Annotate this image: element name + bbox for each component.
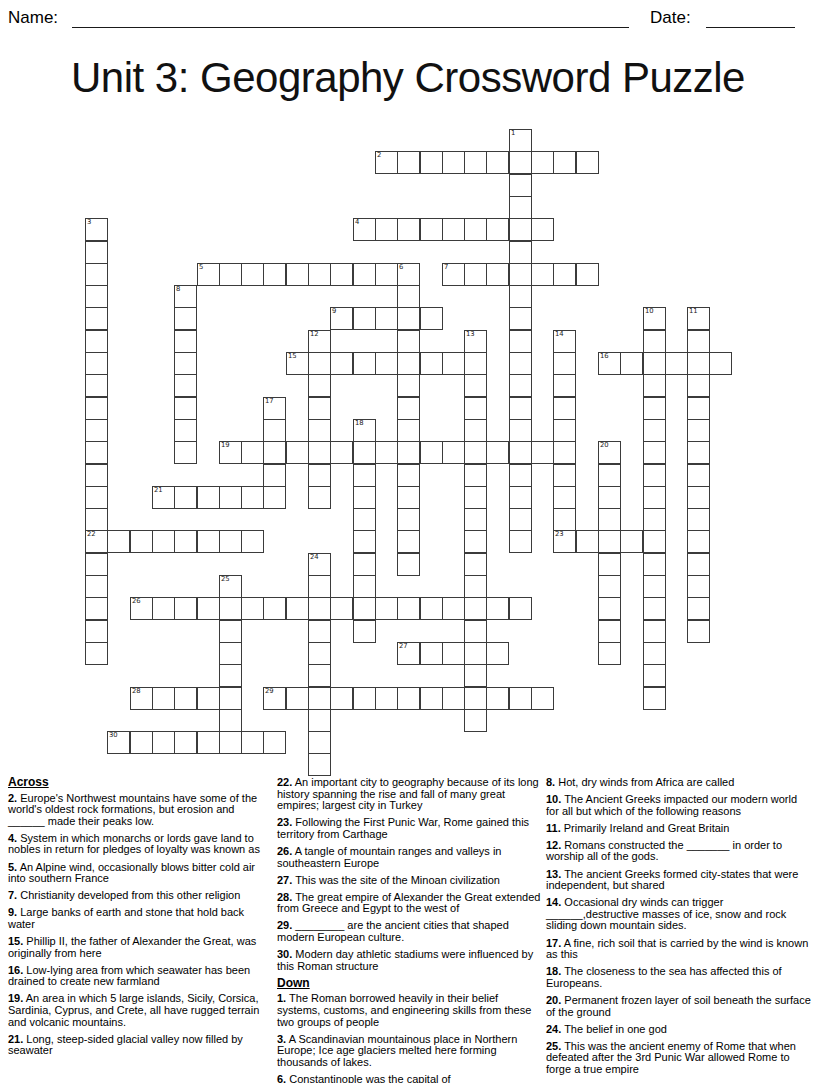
grid-cell[interactable] xyxy=(85,464,108,487)
grid-cell[interactable] xyxy=(353,620,376,643)
grid-cell[interactable] xyxy=(643,597,666,620)
grid-cell[interactable] xyxy=(553,464,576,487)
grid-cell[interactable] xyxy=(509,263,532,286)
grid-cell[interactable]: 13 xyxy=(464,330,487,353)
clue-down-12: 12. Romans constructed the _______ in or… xyxy=(546,840,812,863)
grid-cell[interactable] xyxy=(85,597,108,620)
grid-cell[interactable] xyxy=(598,575,621,598)
grid-cell[interactable] xyxy=(420,151,443,174)
grid-cell[interactable] xyxy=(308,597,331,620)
grid-cell[interactable] xyxy=(643,419,666,442)
grid-cell[interactable] xyxy=(598,508,621,531)
grid-cell[interactable] xyxy=(531,263,554,286)
grid-cell[interactable] xyxy=(353,508,376,531)
grid-cell[interactable] xyxy=(174,441,197,464)
grid-cell[interactable] xyxy=(219,664,242,687)
grid-cell[interactable] xyxy=(464,441,487,464)
clue-number: 11 xyxy=(689,308,698,315)
grid-cell[interactable]: 26 xyxy=(130,597,153,620)
grid-cell[interactable] xyxy=(353,575,376,598)
grid-cell[interactable] xyxy=(598,642,621,665)
grid-cell[interactable] xyxy=(85,241,108,264)
grid-cell[interactable] xyxy=(420,642,443,665)
grid-cell[interactable] xyxy=(219,731,242,754)
grid-cell[interactable] xyxy=(442,352,465,375)
grid-cell[interactable] xyxy=(152,530,175,553)
grid-cell[interactable] xyxy=(464,687,487,710)
grid-cell[interactable] xyxy=(241,441,264,464)
grid-cell[interactable] xyxy=(353,352,376,375)
grid-cell[interactable] xyxy=(420,687,443,710)
grid-cell[interactable] xyxy=(442,151,465,174)
grid-cell[interactable] xyxy=(85,642,108,665)
grid-cell[interactable] xyxy=(152,687,175,710)
grid-cell[interactable] xyxy=(464,374,487,397)
grid-cell[interactable] xyxy=(531,687,554,710)
grid-cell[interactable] xyxy=(643,464,666,487)
grid-cell[interactable]: 28 xyxy=(130,687,153,710)
grid-cell[interactable] xyxy=(643,330,666,353)
grid-cell[interactable] xyxy=(509,307,532,330)
grid-cell[interactable]: 8 xyxy=(174,285,197,308)
grid-cell[interactable] xyxy=(308,397,331,420)
grid-cell[interactable] xyxy=(464,664,487,687)
grid-cell[interactable] xyxy=(464,620,487,643)
grid-cell[interactable] xyxy=(420,441,443,464)
clue-number: 24 xyxy=(310,554,319,561)
grid-cell[interactable] xyxy=(241,486,264,509)
grid-cell[interactable] xyxy=(687,620,710,643)
grid-cell[interactable] xyxy=(152,597,175,620)
grid-cell[interactable] xyxy=(442,218,465,241)
grid-cell[interactable]: 4 xyxy=(353,218,376,241)
grid-cell[interactable] xyxy=(308,419,331,442)
grid-cell[interactable]: 6 xyxy=(397,263,420,286)
grid-cell[interactable] xyxy=(486,218,509,241)
grid-cell[interactable] xyxy=(486,263,509,286)
grid-cell[interactable] xyxy=(197,597,220,620)
grid-cell[interactable] xyxy=(174,307,197,330)
grid-cell[interactable] xyxy=(397,441,420,464)
grid-cell[interactable] xyxy=(174,687,197,710)
grid-cell[interactable] xyxy=(308,664,331,687)
grid-cell[interactable] xyxy=(308,620,331,643)
grid-cell[interactable] xyxy=(85,397,108,420)
grid-cell[interactable] xyxy=(464,530,487,553)
grid-cell[interactable] xyxy=(308,374,331,397)
grid-cell[interactable] xyxy=(219,486,242,509)
grid-cell[interactable]: 9 xyxy=(330,307,353,330)
grid-cell[interactable] xyxy=(687,464,710,487)
grid-cell[interactable] xyxy=(85,330,108,353)
grid-cell[interactable]: 12 xyxy=(308,330,331,353)
grid-cell[interactable] xyxy=(643,687,666,710)
grid-cell[interactable] xyxy=(375,263,398,286)
grid-cell[interactable] xyxy=(197,530,220,553)
grid-cell[interactable] xyxy=(85,352,108,375)
grid-cell[interactable] xyxy=(509,218,532,241)
grid-cell[interactable] xyxy=(308,731,331,754)
grid-cell[interactable]: 17 xyxy=(263,397,286,420)
grid-cell[interactable] xyxy=(219,263,242,286)
grid-cell[interactable] xyxy=(85,285,108,308)
grid-cell[interactable] xyxy=(464,151,487,174)
clue-number: 17 xyxy=(265,398,274,405)
grid-cell[interactable] xyxy=(286,687,309,710)
grid-cell[interactable] xyxy=(308,709,331,732)
grid-cell[interactable] xyxy=(509,597,532,620)
grid-cell[interactable] xyxy=(509,241,532,264)
grid-cell[interactable] xyxy=(643,575,666,598)
grid-cell[interactable] xyxy=(464,486,487,509)
grid-cell[interactable] xyxy=(353,687,376,710)
grid-cell[interactable] xyxy=(576,263,599,286)
grid-cell[interactable] xyxy=(263,263,286,286)
grid-cell[interactable] xyxy=(420,218,443,241)
grid-cell[interactable]: 10 xyxy=(643,307,666,330)
grid-cell[interactable] xyxy=(263,731,286,754)
grid-cell[interactable] xyxy=(643,530,666,553)
grid-cell[interactable] xyxy=(598,486,621,509)
grid-cell[interactable] xyxy=(375,441,398,464)
grid-cell[interactable] xyxy=(85,486,108,509)
grid-cell[interactable] xyxy=(85,441,108,464)
grid-cell[interactable]: 24 xyxy=(308,553,331,576)
grid-cell[interactable] xyxy=(509,374,532,397)
grid-cell[interactable] xyxy=(464,397,487,420)
grid-cell[interactable] xyxy=(219,642,242,665)
grid-cell[interactable] xyxy=(130,731,153,754)
grid-cell[interactable]: 19 xyxy=(219,441,242,464)
grid-cell[interactable] xyxy=(643,620,666,643)
grid-cell[interactable] xyxy=(598,553,621,576)
grid-cell[interactable] xyxy=(442,642,465,665)
grid-cell[interactable] xyxy=(174,374,197,397)
grid-cell[interactable] xyxy=(464,419,487,442)
grid-cell[interactable] xyxy=(286,441,309,464)
grid-cell[interactable] xyxy=(308,352,331,375)
grid-cell[interactable] xyxy=(665,352,688,375)
grid-cell[interactable]: 1 xyxy=(509,129,532,152)
grid-cell[interactable] xyxy=(174,330,197,353)
grid-cell[interactable] xyxy=(85,419,108,442)
clue-number: 13 xyxy=(466,331,475,338)
grid-cell[interactable] xyxy=(130,530,153,553)
grid-cell[interactable] xyxy=(308,464,331,487)
grid-cell[interactable]: 14 xyxy=(553,330,576,353)
grid-cell[interactable]: 22 xyxy=(85,530,108,553)
grid-cell[interactable] xyxy=(509,441,532,464)
grid-cell[interactable] xyxy=(353,486,376,509)
grid-cell[interactable] xyxy=(85,374,108,397)
grid-cell[interactable] xyxy=(464,464,487,487)
grid-cell[interactable] xyxy=(643,397,666,420)
grid-cell[interactable] xyxy=(709,352,732,375)
grid-cell[interactable] xyxy=(464,263,487,286)
grid-cell[interactable] xyxy=(174,486,197,509)
grid-cell[interactable] xyxy=(375,597,398,620)
grid-cell[interactable] xyxy=(397,307,420,330)
grid-cell[interactable] xyxy=(420,597,443,620)
grid-cell[interactable] xyxy=(353,307,376,330)
grid-cell[interactable] xyxy=(553,263,576,286)
grid-cell[interactable] xyxy=(643,486,666,509)
grid-cell[interactable] xyxy=(397,687,420,710)
grid-cell[interactable] xyxy=(330,263,353,286)
grid-cell[interactable] xyxy=(174,419,197,442)
grid-cell[interactable] xyxy=(330,687,353,710)
grid-cell[interactable] xyxy=(174,352,197,375)
grid-cell[interactable] xyxy=(643,508,666,531)
grid-cell[interactable] xyxy=(687,374,710,397)
grid-cell[interactable]: 18 xyxy=(353,419,376,442)
grid-cell[interactable] xyxy=(687,486,710,509)
grid-cell[interactable] xyxy=(464,352,487,375)
grid-cell[interactable]: 30 xyxy=(107,731,130,754)
grid-cell[interactable] xyxy=(486,687,509,710)
grid-cell[interactable] xyxy=(576,530,599,553)
clue-across-9: 9. Large banks of earth and stone that h… xyxy=(8,907,274,930)
grid-cell[interactable] xyxy=(553,352,576,375)
grid-cell[interactable] xyxy=(353,530,376,553)
grid-cell[interactable] xyxy=(509,508,532,531)
grid-cell[interactable] xyxy=(531,151,554,174)
grid-cell[interactable] xyxy=(598,530,621,553)
grid-cell[interactable] xyxy=(308,441,331,464)
grid-cell[interactable] xyxy=(219,530,242,553)
grid-cell[interactable] xyxy=(531,218,554,241)
clue-down-3: 3. A Scandinavian mountainous place in N… xyxy=(277,1034,543,1069)
clue-down-8: 8. Hot, dry winds from Africa are called xyxy=(546,777,812,789)
grid-cell[interactable] xyxy=(286,597,309,620)
grid-cell[interactable] xyxy=(486,151,509,174)
grid-cell[interactable] xyxy=(464,508,487,531)
grid-cell[interactable] xyxy=(509,285,532,308)
grid-cell[interactable] xyxy=(464,642,487,665)
grid-cell[interactable] xyxy=(375,687,398,710)
grid-cell[interactable] xyxy=(308,642,331,665)
grid-cell[interactable] xyxy=(174,731,197,754)
grid-cell[interactable] xyxy=(174,597,197,620)
grid-cell[interactable] xyxy=(598,620,621,643)
grid-cell[interactable] xyxy=(197,486,220,509)
grid-cell[interactable] xyxy=(464,575,487,598)
grid-cell[interactable] xyxy=(643,553,666,576)
grid-cell[interactable] xyxy=(85,508,108,531)
clue-number: 26 xyxy=(132,598,141,605)
grid-cell[interactable] xyxy=(442,687,465,710)
grid-cell[interactable] xyxy=(241,530,264,553)
grid-cell[interactable] xyxy=(486,597,509,620)
grid-cell[interactable] xyxy=(263,597,286,620)
grid-cell[interactable] xyxy=(308,753,331,776)
grid-cell[interactable]: 2 xyxy=(375,151,398,174)
grid-cell[interactable] xyxy=(576,151,599,174)
grid-cell[interactable]: 7 xyxy=(442,263,465,286)
grid-cell[interactable] xyxy=(375,352,398,375)
grid-cell[interactable] xyxy=(509,530,532,553)
clue-number: 3 xyxy=(87,219,91,226)
grid-cell[interactable] xyxy=(286,263,309,286)
grid-cell[interactable] xyxy=(687,352,710,375)
grid-cell[interactable] xyxy=(464,597,487,620)
grid-cell[interactable] xyxy=(308,687,331,710)
grid-cell[interactable] xyxy=(509,464,532,487)
grid-cell[interactable] xyxy=(464,709,487,732)
grid-cell[interactable]: 3 xyxy=(85,218,108,241)
grid-cell[interactable] xyxy=(308,575,331,598)
grid-cell[interactable]: 5 xyxy=(197,263,220,286)
grid-cell[interactable]: 21 xyxy=(152,486,175,509)
grid-cell[interactable] xyxy=(85,307,108,330)
grid-cell[interactable] xyxy=(241,263,264,286)
grid-cell[interactable] xyxy=(397,352,420,375)
grid-cell[interactable] xyxy=(397,330,420,353)
grid-cell[interactable] xyxy=(620,352,643,375)
grid-cell[interactable] xyxy=(85,263,108,286)
grid-cell[interactable] xyxy=(219,709,242,732)
grid-cell[interactable] xyxy=(85,553,108,576)
grid-cell[interactable] xyxy=(509,352,532,375)
grid-cell[interactable] xyxy=(509,330,532,353)
grid-cell[interactable] xyxy=(643,441,666,464)
grid-cell[interactable] xyxy=(353,464,376,487)
grid-cell[interactable] xyxy=(442,441,465,464)
grid-cell[interactable] xyxy=(263,441,286,464)
grid-cell[interactable] xyxy=(219,620,242,643)
grid-cell[interactable] xyxy=(107,530,130,553)
grid-cell[interactable] xyxy=(397,218,420,241)
grid-cell[interactable] xyxy=(197,731,220,754)
grid-cell[interactable] xyxy=(308,263,331,286)
grid-cell[interactable] xyxy=(553,419,576,442)
grid-cell[interactable] xyxy=(397,151,420,174)
grid-cell[interactable] xyxy=(643,374,666,397)
grid-cell[interactable] xyxy=(85,620,108,643)
grid-cell[interactable]: 25 xyxy=(219,575,242,598)
grid-cell[interactable] xyxy=(687,575,710,598)
grid-cell[interactable] xyxy=(397,530,420,553)
grid-cell[interactable] xyxy=(486,441,509,464)
grid-cell[interactable] xyxy=(464,218,487,241)
grid-cell[interactable] xyxy=(397,285,420,308)
grid-cell[interactable] xyxy=(353,597,376,620)
grid-cell[interactable] xyxy=(687,553,710,576)
grid-cell[interactable] xyxy=(687,419,710,442)
clue-number: 15 xyxy=(288,353,297,360)
grid-cell[interactable] xyxy=(330,352,353,375)
grid-cell[interactable] xyxy=(509,151,532,174)
grid-cell[interactable] xyxy=(442,597,465,620)
grid-cell[interactable] xyxy=(353,441,376,464)
grid-cell[interactable] xyxy=(397,419,420,442)
grid-cell[interactable] xyxy=(420,352,443,375)
grid-cell[interactable] xyxy=(509,486,532,509)
grid-cell[interactable] xyxy=(375,218,398,241)
grid-cell[interactable] xyxy=(397,508,420,531)
grid-cell[interactable] xyxy=(397,397,420,420)
grid-cell[interactable] xyxy=(263,486,286,509)
grid-cell[interactable] xyxy=(85,575,108,598)
grid-cell[interactable]: 23 xyxy=(553,530,576,553)
grid-cell[interactable] xyxy=(263,464,286,487)
grid-cell[interactable] xyxy=(375,307,398,330)
grid-cell[interactable] xyxy=(553,397,576,420)
grid-cell[interactable] xyxy=(687,330,710,353)
grid-cell[interactable]: 20 xyxy=(598,441,621,464)
grid-cell[interactable] xyxy=(219,687,242,710)
grid-cell[interactable]: 11 xyxy=(687,307,710,330)
grid-cell[interactable] xyxy=(687,530,710,553)
grid-cell[interactable] xyxy=(353,263,376,286)
grid-cell[interactable] xyxy=(509,419,532,442)
grid-cell[interactable] xyxy=(397,597,420,620)
grid-cell[interactable] xyxy=(486,642,509,665)
grid-cell[interactable]: 29 xyxy=(263,687,286,710)
grid-cell[interactable]: 27 xyxy=(397,642,420,665)
grid-cell[interactable] xyxy=(643,642,666,665)
name-label: Name: xyxy=(8,8,58,28)
grid-cell[interactable] xyxy=(219,597,242,620)
grid-cell[interactable] xyxy=(174,397,197,420)
grid-cell[interactable] xyxy=(397,374,420,397)
grid-cell[interactable] xyxy=(643,664,666,687)
grid-cell[interactable] xyxy=(620,530,643,553)
grid-cell[interactable] xyxy=(509,174,532,197)
grid-cell[interactable] xyxy=(241,731,264,754)
clue-number: 29 xyxy=(265,688,274,695)
grid-cell[interactable]: 16 xyxy=(598,352,621,375)
grid-cell[interactable] xyxy=(687,441,710,464)
grid-cell[interactable] xyxy=(353,553,376,576)
grid-cell[interactable] xyxy=(598,464,621,487)
grid-cell[interactable]: 15 xyxy=(286,352,309,375)
clue-number: 23 xyxy=(555,531,564,538)
grid-cell[interactable] xyxy=(397,486,420,509)
grid-cell[interactable] xyxy=(509,397,532,420)
grid-cell[interactable] xyxy=(687,597,710,620)
grid-cell[interactable] xyxy=(420,307,443,330)
grid-cell[interactable] xyxy=(553,486,576,509)
grid-cell[interactable] xyxy=(308,486,331,509)
grid-cell[interactable] xyxy=(263,419,286,442)
grid-cell[interactable] xyxy=(174,530,197,553)
clue-down-17: 17. A fine, rich soil that is carried by… xyxy=(546,938,812,961)
grid-cell[interactable] xyxy=(330,441,353,464)
grid-cell[interactable] xyxy=(397,553,420,576)
grid-cell[interactable] xyxy=(509,196,532,219)
grid-cell[interactable] xyxy=(553,441,576,464)
grid-cell[interactable] xyxy=(687,397,710,420)
grid-cell[interactable] xyxy=(553,151,576,174)
grid-cell[interactable] xyxy=(197,687,220,710)
grid-cell[interactable] xyxy=(553,374,576,397)
grid-cell[interactable] xyxy=(397,464,420,487)
clue-down-20: 20. Permanent frozen layer of soil benea… xyxy=(546,995,812,1018)
grid-cell[interactable] xyxy=(687,508,710,531)
grid-cell[interactable] xyxy=(152,731,175,754)
grid-cell[interactable] xyxy=(241,597,264,620)
grid-cell[interactable] xyxy=(330,597,353,620)
grid-cell[interactable] xyxy=(509,687,532,710)
grid-cell[interactable] xyxy=(531,441,554,464)
grid-cell[interactable] xyxy=(553,508,576,531)
grid-cell[interactable] xyxy=(643,352,666,375)
clue-number: 5 xyxy=(199,264,203,271)
grid-cell[interactable] xyxy=(464,553,487,576)
clue-across-5: 5. An Alpine wind, occasionally blows bi… xyxy=(8,862,274,885)
grid-cell[interactable] xyxy=(598,597,621,620)
